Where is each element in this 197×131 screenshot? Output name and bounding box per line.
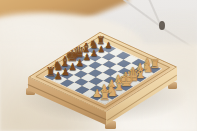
scene: ♜♞♝♛♚♝♞♜♟♟♟♟♟♟♟♟♟♟♟♟♟♟♟♟♜♞♝♛♚♝♞♜: [0, 0, 197, 131]
piece-black-pawn[interactable]: ♟: [90, 49, 98, 58]
piece-black-pawn[interactable]: ♟: [54, 71, 63, 81]
piece-black-pawn[interactable]: ♟: [105, 40, 113, 49]
chair-foot-cap-icon: [159, 21, 165, 30]
piece-white-rook[interactable]: ♜: [99, 89, 111, 102]
piece-black-pawn[interactable]: ♟: [97, 45, 105, 54]
piece-black-pawn[interactable]: ♟: [83, 53, 91, 62]
